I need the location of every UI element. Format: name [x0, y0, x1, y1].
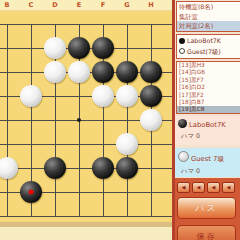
black-stone-E2	[68, 37, 90, 59]
room-item-3[interactable]: 対局室(2名)	[177, 21, 240, 31]
rewind-button-1[interactable]: ◀	[177, 182, 190, 193]
white-player-panel: Guest 7級 ハマ 0	[175, 148, 240, 177]
player-list-item[interactable]: Guest(7級)	[177, 47, 240, 58]
black-stone-G3	[116, 61, 138, 83]
last-move-marker	[29, 190, 34, 195]
sidebar: 待機室(8名)集計室対局室(2名) LaboBot7KGuest(7級) [13…	[172, 0, 240, 240]
white-player-name-row: Guest 7級	[175, 148, 240, 164]
black-stone-H3	[140, 61, 162, 83]
move-list-item[interactable]: [14]白G6	[177, 69, 240, 76]
room-item-2[interactable]: 集計室	[177, 12, 240, 22]
move-list-item[interactable]: [13]黒H3	[177, 62, 240, 69]
black-stone-D7	[44, 157, 66, 179]
white-captures: ハマ 0	[175, 164, 240, 176]
black-stone-F7	[92, 157, 114, 179]
grid-line	[0, 24, 172, 25]
hoshi-point-E5	[77, 118, 81, 122]
white-player-name: Guest 7級	[191, 155, 224, 163]
black-stone-C8	[20, 181, 42, 203]
move-list-item[interactable]: [17]黒F2	[177, 92, 240, 99]
move-list-item[interactable]: [19]黒C8	[177, 106, 240, 113]
column-label-C: C	[29, 0, 34, 10]
save-button[interactable]: 保存	[177, 225, 236, 240]
black-stone-G7	[116, 157, 138, 179]
black-stone-F2	[92, 37, 114, 59]
white-stone-F4	[92, 85, 114, 107]
move-list-item[interactable]: [15]黒F7	[177, 77, 240, 84]
white-stone-G6	[116, 133, 138, 155]
column-coordinate-strip: ABCDEFGHI	[0, 0, 172, 11]
player-list-item[interactable]: LaboBot7K	[177, 36, 240, 47]
black-captures: ハマ 0	[175, 129, 240, 141]
go-client-window: ABCDEFGHI 待機室(8名)集計室対局室(2名) LaboBot7KGue…	[0, 0, 240, 240]
column-label-B: B	[5, 0, 10, 10]
black-stone-marker-icon	[179, 38, 185, 44]
control-area: ◀◀◀◀ パス 保存	[175, 178, 240, 240]
black-captures-label: ハマ	[181, 132, 194, 139]
white-captures-label: ハマ	[181, 167, 194, 174]
white-stone-C4	[20, 85, 42, 107]
player-list: LaboBot7KGuest(7級)	[176, 34, 240, 59]
move-list-item[interactable]: [16]白D2	[177, 84, 240, 91]
white-stone-E3	[68, 61, 90, 83]
white-stone-B7	[0, 157, 18, 179]
white-captures-value: 0	[196, 167, 200, 174]
white-stone-D2	[44, 37, 66, 59]
white-stone-marker-icon	[179, 48, 185, 54]
column-label-F: F	[101, 0, 105, 10]
pass-button[interactable]: パス	[177, 197, 236, 219]
rewind-button-3[interactable]: ◀	[207, 182, 220, 193]
board-bottom-margin	[0, 227, 172, 240]
go-board[interactable]: ABCDEFGHI	[0, 0, 172, 240]
black-player-panel: LaboBot7K ハマ 0	[175, 116, 240, 145]
grid-line	[0, 144, 172, 145]
column-label-D: D	[52, 0, 57, 10]
black-stone-H4	[140, 85, 162, 107]
column-label-E: E	[77, 0, 81, 10]
black-stone-F3	[92, 61, 114, 83]
white-stone-H5	[140, 109, 162, 131]
grid-line	[0, 216, 172, 217]
black-stone-icon	[178, 119, 187, 128]
column-label-G: G	[124, 0, 129, 10]
room-item-1[interactable]: 待機室(8名)	[177, 2, 240, 12]
white-stone-icon	[178, 151, 189, 162]
column-label-H: H	[148, 0, 153, 10]
grid-line	[0, 168, 172, 169]
black-captures-value: 0	[196, 132, 200, 139]
white-stone-G4	[116, 85, 138, 107]
white-stone-D3	[44, 61, 66, 83]
room-list: 待機室(8名)集計室対局室(2名)	[176, 1, 240, 32]
black-player-name-row: LaboBot7K	[175, 116, 240, 129]
move-list: [13]黒H3[14]白G6[15]黒F7[16]白D2[17]黒F2[18]白…	[176, 61, 240, 114]
move-list-item[interactable]: [18]白B7	[177, 99, 240, 106]
rewind-button-2[interactable]: ◀	[192, 182, 205, 193]
black-player-name: LaboBot7K	[189, 121, 226, 129]
rewind-button-4[interactable]: ◀	[222, 182, 235, 193]
